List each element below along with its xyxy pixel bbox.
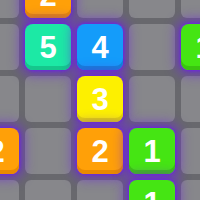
tile-value: 1 xyxy=(143,136,160,167)
tile-value: 2 xyxy=(0,136,5,167)
tile-layer: 254132211 xyxy=(0,0,200,200)
tile-value: 2 xyxy=(39,0,56,11)
tile-value: 2 xyxy=(91,136,108,167)
number-tile-2[interactable]: 2 xyxy=(25,0,71,18)
number-tile-1[interactable]: 1 xyxy=(129,128,175,174)
number-tile-3[interactable]: 3 xyxy=(77,76,123,122)
tile-value: 1 xyxy=(143,188,160,201)
number-tile-1[interactable]: 1 xyxy=(129,180,175,200)
number-tile-1[interactable]: 1 xyxy=(181,24,200,70)
puzzle-board-viewport: 254132211 xyxy=(0,0,200,200)
tile-value: 1 xyxy=(195,32,200,63)
number-tile-5[interactable]: 5 xyxy=(25,24,71,70)
tile-value: 4 xyxy=(91,32,108,63)
number-tile-2[interactable]: 2 xyxy=(0,128,19,174)
tile-value: 5 xyxy=(39,32,56,63)
puzzle-board: 254132211 xyxy=(0,0,200,200)
number-tile-4[interactable]: 4 xyxy=(77,24,123,70)
tile-value: 3 xyxy=(91,84,108,115)
number-tile-2[interactable]: 2 xyxy=(77,128,123,174)
